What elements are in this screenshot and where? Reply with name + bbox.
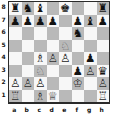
square-h8[interactable]: ♜ xyxy=(97,2,110,15)
rank-label-8: 8 xyxy=(0,1,7,14)
square-c8[interactable]: ♝ xyxy=(34,2,47,15)
rank-label-3: 3 xyxy=(0,64,7,77)
piece-black-knight: ♞ xyxy=(23,2,33,15)
rank-label-7: 7 xyxy=(0,14,7,27)
square-b3[interactable] xyxy=(22,65,35,78)
piece-white-pawn: ♙ xyxy=(60,52,70,65)
square-c4[interactable]: ♗ xyxy=(34,52,47,65)
piece-black-pawn: ♟ xyxy=(35,15,45,28)
square-a1[interactable]: ♖ xyxy=(9,90,22,103)
square-h6[interactable] xyxy=(97,27,110,40)
file-label-g: g xyxy=(83,105,96,115)
square-c3[interactable]: ♘ xyxy=(34,65,47,78)
square-e2[interactable] xyxy=(59,77,72,90)
square-b5[interactable] xyxy=(22,40,35,53)
rank-label-2: 2 xyxy=(0,76,7,89)
square-f3[interactable]: ♟ xyxy=(72,65,85,78)
chess-diagram: 87654321 ♜♞♝♚♜♟♟♟♟♟♝♟♞♘♗♙♙♟♘♟♙♛♙♙♙♔♙♖♗♕♖… xyxy=(0,0,118,118)
square-d7[interactable]: ♟ xyxy=(47,15,60,28)
rank-labels: 87654321 xyxy=(0,1,7,101)
square-b2[interactable]: ♙ xyxy=(22,77,35,90)
square-h1[interactable]: ♖ xyxy=(97,90,110,103)
piece-black-king: ♚ xyxy=(60,2,70,15)
piece-black-pawn: ♟ xyxy=(73,15,83,28)
square-d3[interactable] xyxy=(47,65,60,78)
square-b1[interactable] xyxy=(22,90,35,103)
file-label-e: e xyxy=(58,105,71,115)
square-c7[interactable]: ♟ xyxy=(34,15,47,28)
rank-label-6: 6 xyxy=(0,26,7,39)
square-h3[interactable]: ♛ xyxy=(97,65,110,78)
square-e1[interactable] xyxy=(59,90,72,103)
piece-white-pawn: ♙ xyxy=(98,77,108,90)
square-a4[interactable] xyxy=(9,52,22,65)
rank-label-5: 5 xyxy=(0,39,7,52)
square-g1[interactable] xyxy=(84,90,97,103)
square-e3[interactable] xyxy=(59,65,72,78)
piece-white-rook: ♖ xyxy=(10,90,20,103)
square-f7[interactable]: ♟ xyxy=(72,15,85,28)
square-a7[interactable]: ♟ xyxy=(9,15,22,28)
square-b7[interactable]: ♟ xyxy=(22,15,35,28)
piece-white-pawn: ♙ xyxy=(35,77,45,90)
piece-black-rook: ♜ xyxy=(98,2,108,15)
square-c1[interactable]: ♗ xyxy=(34,90,47,103)
square-h2[interactable]: ♙ xyxy=(97,77,110,90)
square-f8[interactable] xyxy=(72,2,85,15)
square-g5[interactable] xyxy=(84,40,97,53)
square-g3[interactable]: ♙ xyxy=(84,65,97,78)
square-a8[interactable]: ♜ xyxy=(9,2,22,15)
file-label-h: h xyxy=(96,105,109,115)
piece-black-pawn: ♟ xyxy=(10,15,20,28)
square-f1[interactable] xyxy=(72,90,85,103)
square-d8[interactable] xyxy=(47,2,60,15)
piece-white-rook: ♖ xyxy=(98,90,108,103)
piece-black-queen: ♛ xyxy=(98,65,108,78)
square-f5[interactable] xyxy=(72,40,85,53)
piece-white-bishop: ♗ xyxy=(35,52,45,65)
piece-white-pawn: ♙ xyxy=(48,52,58,65)
square-f6[interactable]: ♞ xyxy=(72,27,85,40)
square-f2[interactable]: ♔ xyxy=(72,77,85,90)
piece-white-bishop: ♗ xyxy=(35,90,45,103)
piece-black-bishop: ♝ xyxy=(35,2,45,15)
piece-white-knight: ♘ xyxy=(35,65,45,78)
piece-black-pawn: ♟ xyxy=(48,15,58,28)
square-a3[interactable] xyxy=(9,65,22,78)
square-b8[interactable]: ♞ xyxy=(22,2,35,15)
square-e4[interactable]: ♙ xyxy=(59,52,72,65)
square-g7[interactable]: ♝ xyxy=(84,15,97,28)
square-b4[interactable] xyxy=(22,52,35,65)
piece-black-pawn: ♟ xyxy=(23,15,33,28)
file-label-a: a xyxy=(8,105,21,115)
square-a2[interactable]: ♙ xyxy=(9,77,22,90)
square-b6[interactable] xyxy=(22,27,35,40)
square-a5[interactable] xyxy=(9,40,22,53)
square-e5[interactable]: ♘ xyxy=(59,40,72,53)
square-d4[interactable]: ♙ xyxy=(47,52,60,65)
square-c5[interactable] xyxy=(34,40,47,53)
square-a6[interactable] xyxy=(9,27,22,40)
piece-white-pawn: ♙ xyxy=(10,77,20,90)
file-label-d: d xyxy=(46,105,59,115)
file-label-f: f xyxy=(71,105,84,115)
piece-white-pawn: ♙ xyxy=(23,77,33,90)
piece-black-pawn: ♟ xyxy=(85,52,95,65)
square-d2[interactable] xyxy=(47,77,60,90)
rank-label-1: 1 xyxy=(0,89,7,102)
file-label-c: c xyxy=(33,105,46,115)
piece-white-pawn: ♙ xyxy=(85,65,95,78)
piece-white-knight: ♘ xyxy=(60,40,70,53)
piece-black-bishop: ♝ xyxy=(85,15,95,28)
square-g8[interactable] xyxy=(84,2,97,15)
square-d1[interactable]: ♕ xyxy=(47,90,60,103)
square-e6[interactable] xyxy=(59,27,72,40)
square-c2[interactable]: ♙ xyxy=(34,77,47,90)
piece-black-pawn: ♟ xyxy=(73,65,83,78)
square-e8[interactable]: ♚ xyxy=(59,2,72,15)
square-h7[interactable]: ♟ xyxy=(97,15,110,28)
square-h5[interactable] xyxy=(97,40,110,53)
square-c6[interactable] xyxy=(34,27,47,40)
rank-label-4: 4 xyxy=(0,51,7,64)
square-d6[interactable] xyxy=(47,27,60,40)
square-e7[interactable] xyxy=(59,15,72,28)
piece-white-queen: ♕ xyxy=(48,90,58,103)
square-f4[interactable] xyxy=(72,52,85,65)
piece-black-pawn: ♟ xyxy=(98,15,108,28)
chess-board: ♜♞♝♚♜♟♟♟♟♟♝♟♞♘♗♙♙♟♘♟♙♛♙♙♙♔♙♖♗♕♖ xyxy=(8,1,110,104)
piece-black-knight: ♞ xyxy=(73,27,83,40)
square-h4[interactable] xyxy=(97,52,110,65)
piece-black-rook: ♜ xyxy=(10,2,20,15)
square-g2[interactable] xyxy=(84,77,97,90)
file-label-b: b xyxy=(21,105,34,115)
file-labels: abcdefgh xyxy=(8,105,108,115)
square-g4[interactable]: ♟ xyxy=(84,52,97,65)
piece-white-king: ♔ xyxy=(73,77,83,90)
square-g6[interactable] xyxy=(84,27,97,40)
square-d5[interactable] xyxy=(47,40,60,53)
